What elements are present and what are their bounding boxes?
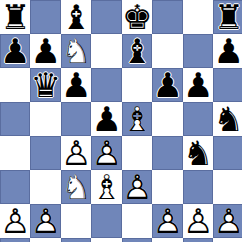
black-pawn[interactable]: ♟ — [61, 68, 91, 102]
square-a8[interactable]: ♜ — [0, 0, 30, 34]
square-e7[interactable]: ♝ — [122, 34, 152, 68]
square-e1[interactable]: ♚♔ — [122, 238, 152, 242]
square-d8[interactable] — [91, 0, 121, 34]
square-e4[interactable] — [122, 136, 152, 170]
square-g6[interactable]: ♟ — [183, 68, 213, 102]
square-f1[interactable] — [152, 238, 182, 242]
square-g2[interactable]: ♟♙ — [183, 204, 213, 238]
white-pawn[interactable]: ♟♙ — [0, 204, 30, 238]
square-c8[interactable]: ♝ — [61, 0, 91, 34]
black-pawn[interactable]: ♟ — [183, 68, 213, 102]
square-h8[interactable]: ♜ — [213, 0, 242, 34]
square-d2[interactable] — [91, 204, 121, 238]
square-g5[interactable] — [183, 102, 213, 136]
piece-outline-layer: ♖ — [213, 238, 242, 242]
white-bishop[interactable]: ♝♗ — [122, 102, 152, 136]
square-c4[interactable]: ♟♙ — [61, 136, 91, 170]
square-e8[interactable]: ♚ — [122, 0, 152, 34]
square-f5[interactable] — [152, 102, 182, 136]
piece-outline-layer: ♕ — [91, 238, 121, 242]
square-a4[interactable] — [0, 136, 30, 170]
black-pawn[interactable]: ♟ — [213, 34, 242, 68]
square-d4[interactable]: ♟♙ — [91, 136, 121, 170]
square-a5[interactable] — [0, 102, 30, 136]
piece-outline-layer: ♖ — [61, 238, 91, 242]
square-g4[interactable]: ♞ — [183, 136, 213, 170]
black-knight[interactable]: ♞ — [183, 136, 213, 170]
square-a6[interactable] — [0, 68, 30, 102]
black-rook[interactable]: ♜ — [0, 0, 30, 34]
square-c6[interactable]: ♟ — [61, 68, 91, 102]
white-pawn[interactable]: ♟♙ — [183, 204, 213, 238]
black-pawn[interactable]: ♟ — [30, 34, 60, 68]
square-f4[interactable] — [152, 136, 182, 170]
white-king[interactable]: ♚♔ — [122, 238, 152, 242]
square-a1[interactable] — [0, 238, 30, 242]
square-d6[interactable] — [91, 68, 121, 102]
square-b7[interactable]: ♟ — [30, 34, 60, 68]
square-g8[interactable] — [183, 0, 213, 34]
square-g7[interactable] — [183, 34, 213, 68]
square-e3[interactable]: ♟♙ — [122, 170, 152, 204]
white-bishop[interactable]: ♝♗ — [91, 170, 121, 204]
piece-outline-layer: ♙ — [61, 136, 91, 170]
black-knight[interactable]: ♞ — [213, 102, 242, 136]
piece-outline-layer: ♙ — [91, 136, 121, 170]
piece-outline-layer: ♔ — [122, 238, 152, 242]
piece-outline-layer: ♙ — [213, 204, 242, 238]
white-queen[interactable]: ♛♕ — [91, 238, 121, 242]
square-a7[interactable]: ♟ — [0, 34, 30, 68]
white-rook[interactable]: ♜♖ — [61, 238, 91, 242]
square-h1[interactable]: ♜♖ — [213, 238, 242, 242]
square-f6[interactable]: ♟ — [152, 68, 182, 102]
white-knight[interactable]: ♞♘ — [61, 170, 91, 204]
square-h2[interactable]: ♟♙ — [213, 204, 242, 238]
white-pawn[interactable]: ♟♙ — [152, 204, 182, 238]
square-b2[interactable]: ♟♙ — [30, 204, 60, 238]
square-b1[interactable] — [30, 238, 60, 242]
black-bishop[interactable]: ♝ — [122, 34, 152, 68]
square-c2[interactable] — [61, 204, 91, 238]
square-d7[interactable] — [91, 34, 121, 68]
square-c3[interactable]: ♞♘ — [61, 170, 91, 204]
black-queen[interactable]: ♛ — [30, 68, 60, 102]
square-g1[interactable] — [183, 238, 213, 242]
chess-board: ♜♝♚♜♟♟♞♘♝♟♛♟♟♟♟♝♗♞♟♙♟♙♞♞♘♝♗♟♙♟♙♟♙♟♙♟♙♟♙♜… — [0, 0, 242, 242]
square-c7[interactable]: ♞♘ — [61, 34, 91, 68]
white-pawn[interactable]: ♟♙ — [122, 170, 152, 204]
square-a2[interactable]: ♟♙ — [0, 204, 30, 238]
piece-outline-layer: ♘ — [61, 170, 91, 204]
square-a3[interactable] — [0, 170, 30, 204]
white-rook[interactable]: ♜♖ — [213, 238, 242, 242]
square-b8[interactable] — [30, 0, 60, 34]
square-h7[interactable]: ♟ — [213, 34, 242, 68]
black-pawn[interactable]: ♟ — [91, 102, 121, 136]
black-rook[interactable]: ♜ — [213, 0, 242, 34]
square-d3[interactable]: ♝♗ — [91, 170, 121, 204]
square-f3[interactable] — [152, 170, 182, 204]
square-f7[interactable] — [152, 34, 182, 68]
square-h6[interactable] — [213, 68, 242, 102]
square-c1[interactable]: ♜♖ — [61, 238, 91, 242]
white-pawn[interactable]: ♟♙ — [61, 136, 91, 170]
square-b5[interactable] — [30, 102, 60, 136]
black-pawn[interactable]: ♟ — [0, 34, 30, 68]
white-knight[interactable]: ♞♘ — [61, 34, 91, 68]
square-b4[interactable] — [30, 136, 60, 170]
black-bishop[interactable]: ♝ — [61, 0, 91, 34]
square-b6[interactable]: ♛ — [30, 68, 60, 102]
square-b3[interactable] — [30, 170, 60, 204]
square-f8[interactable] — [152, 0, 182, 34]
piece-outline-layer: ♗ — [122, 102, 152, 136]
piece-outline-layer: ♗ — [91, 170, 121, 204]
square-h3[interactable] — [213, 170, 242, 204]
piece-outline-layer: ♙ — [122, 170, 152, 204]
piece-outline-layer: ♙ — [152, 204, 182, 238]
square-g3[interactable] — [183, 170, 213, 204]
square-h5[interactable]: ♞ — [213, 102, 242, 136]
square-d5[interactable]: ♟ — [91, 102, 121, 136]
square-f2[interactable]: ♟♙ — [152, 204, 182, 238]
white-pawn[interactable]: ♟♙ — [30, 204, 60, 238]
black-king[interactable]: ♚ — [122, 0, 152, 34]
white-pawn[interactable]: ♟♙ — [91, 136, 121, 170]
square-c5[interactable] — [61, 102, 91, 136]
white-pawn[interactable]: ♟♙ — [213, 204, 242, 238]
square-e2[interactable] — [122, 204, 152, 238]
square-d1[interactable]: ♛♕ — [91, 238, 121, 242]
piece-outline-layer: ♙ — [183, 204, 213, 238]
square-e5[interactable]: ♝♗ — [122, 102, 152, 136]
square-h4[interactable] — [213, 136, 242, 170]
piece-outline-layer: ♙ — [0, 204, 30, 238]
piece-outline-layer: ♘ — [61, 34, 91, 68]
piece-outline-layer: ♙ — [30, 204, 60, 238]
square-e6[interactable] — [122, 68, 152, 102]
black-pawn[interactable]: ♟ — [152, 68, 182, 102]
